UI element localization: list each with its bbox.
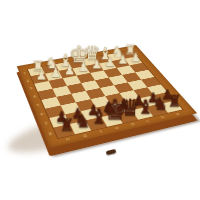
- black-pawn: ♟: [155, 87, 178, 101]
- square-e4: [81, 80, 100, 91]
- board-frame: 12345678 hgfedcba ♜♞♝♚♛♝♞♜♟♟♟♟♟♟♟♟♟♟♟♟♟♟…: [17, 45, 198, 148]
- square-f4: [67, 83, 86, 94]
- chess-set-photo: 12345678 hgfedcba ♜♞♝♚♛♝♞♜♟♟♟♟♟♟♟♟♟♟♟♟♟♟…: [0, 0, 200, 200]
- chess-board: 12345678 hgfedcba ♜♞♝♚♛♝♞♜♟♟♟♟♟♟♟♟♟♟♟♟♟♟…: [17, 45, 198, 148]
- white-rook: ♜: [120, 43, 140, 56]
- hinge-clasp-icon: [106, 149, 117, 155]
